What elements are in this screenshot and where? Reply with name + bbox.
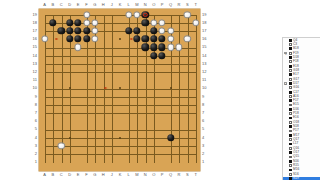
go-board[interactable] (39, 9, 200, 171)
white-move-icon (289, 147, 292, 150)
white-move-icon (289, 43, 292, 46)
right-row-label: 13 (202, 62, 206, 66)
white-stone-F18[interactable] (83, 19, 90, 26)
black-move-icon (289, 82, 292, 85)
white-move-icon (289, 69, 292, 72)
bottom-col-label: L (127, 173, 129, 177)
top-col-label: B (52, 3, 55, 7)
move-label: G16 (293, 86, 299, 89)
black-move-icon (289, 177, 292, 180)
top-col-label: O (152, 3, 155, 7)
white-move-icon (289, 173, 292, 176)
white-move-icon (289, 95, 292, 98)
top-col-label: T (194, 3, 196, 7)
star-point (119, 38, 121, 40)
move-label: B18 (293, 47, 299, 50)
right-row-label: 8 (202, 103, 204, 107)
bottom-col-label: G (93, 173, 96, 177)
star-point (69, 137, 71, 139)
top-col-label: H (102, 3, 105, 7)
board-grid[interactable] (45, 15, 197, 164)
top-col-label: E (77, 3, 80, 7)
left-row-label: 12 (30, 70, 37, 74)
right-row-label: 16 (202, 37, 206, 41)
white-stone-F19[interactable] (83, 11, 90, 18)
black-stone-F16[interactable] (83, 35, 90, 42)
black-stone-M16[interactable] (133, 35, 140, 42)
left-row-label: 18 (30, 21, 37, 25)
white-stone-T18[interactable] (192, 19, 199, 26)
left-row-label: 11 (30, 78, 37, 82)
bottom-col-label: A (43, 173, 46, 177)
black-move-icon (289, 134, 292, 137)
move-list-row[interactable]: N19 (283, 177, 320, 181)
right-row-label: 18 (202, 21, 206, 25)
white-stone-C3[interactable] (58, 142, 65, 149)
top-col-label: K (119, 3, 122, 7)
bottom-col-label: K (119, 173, 122, 177)
move-list-panel[interactable]: Q4C3B18+F19D18F18E18G18E17G17+D17G16C17A… (282, 37, 320, 180)
top-col-label: N (144, 3, 147, 7)
black-stone-P16[interactable] (158, 35, 165, 42)
white-stone-L19[interactable] (125, 11, 132, 18)
left-row-label: 8 (30, 103, 37, 107)
bottom-col-label: B (52, 173, 55, 177)
bottom-col-label: F (85, 173, 87, 177)
right-row-label: 17 (202, 29, 206, 33)
bottom-col-label: P (161, 173, 164, 177)
black-move-icon (289, 125, 292, 128)
bottom-col-label: C (60, 173, 63, 177)
top-col-label: M (135, 3, 138, 7)
black-stone-M17[interactable] (133, 27, 140, 34)
top-col-label: D (68, 3, 71, 7)
white-move-icon (289, 112, 292, 115)
star-point (119, 87, 121, 89)
black-stone-N16[interactable] (142, 35, 149, 42)
white-stone-A16[interactable] (41, 35, 48, 42)
bottom-col-label: J (111, 173, 113, 177)
left-row-label: 6 (30, 119, 37, 123)
white-stone-P17[interactable] (158, 27, 165, 34)
left-row-label: 16 (30, 37, 37, 41)
black-stone-D18[interactable] (66, 19, 73, 26)
right-row-label: 7 (202, 111, 204, 115)
black-move-icon (289, 47, 292, 50)
white-move-icon (289, 121, 292, 124)
left-row-label: 14 (30, 54, 37, 58)
black-stone-C17[interactable] (58, 27, 65, 34)
bottom-col-label: R (177, 173, 180, 177)
black-stone-N18[interactable] (142, 19, 149, 26)
star-point (69, 87, 71, 89)
top-col-label: A (43, 3, 46, 7)
white-move-icon (289, 104, 292, 107)
black-stone-P15[interactable] (158, 44, 165, 51)
black-stone-Q4[interactable] (167, 134, 174, 141)
right-row-label: 10 (202, 86, 206, 90)
white-move-icon (289, 156, 292, 159)
black-move-icon (289, 73, 292, 76)
move-label: E17 (293, 73, 299, 76)
top-col-label: G (93, 3, 96, 7)
white-stone-Q15[interactable] (167, 44, 174, 51)
black-move-icon (289, 39, 292, 42)
black-stone-D16[interactable] (66, 35, 73, 42)
black-move-icon (289, 151, 292, 154)
right-row-label: 5 (202, 127, 204, 131)
black-move-icon (289, 169, 292, 172)
white-stone-R15[interactable] (175, 44, 182, 51)
left-row-label: 3 (30, 144, 37, 148)
top-col-label: F (85, 3, 87, 7)
black-stone-E18[interactable] (74, 19, 81, 26)
black-stone-P14[interactable] (158, 52, 165, 59)
right-row-label: 19 (202, 13, 206, 17)
white-move-icon (289, 60, 292, 63)
star-point (170, 87, 172, 89)
red-arrow-annotation (56, 38, 59, 40)
branch-expander-icon[interactable]: + (284, 82, 287, 85)
black-move-icon (289, 160, 292, 163)
right-row-label: 11 (202, 78, 206, 82)
left-row-label: 17 (30, 29, 37, 33)
top-col-label: R (177, 3, 180, 7)
top-col-label: J (111, 3, 113, 7)
black-stone-E16[interactable] (74, 35, 81, 42)
left-row-label: 4 (30, 136, 37, 140)
star-point (119, 137, 121, 139)
black-move-icon (289, 143, 292, 146)
black-move-icon (289, 91, 292, 94)
black-stone-F17[interactable] (83, 27, 90, 34)
left-row-label: 9 (30, 95, 37, 99)
bottom-col-label: O (152, 173, 155, 177)
white-stone-G16[interactable] (91, 35, 98, 42)
right-row-label: 6 (202, 119, 204, 123)
white-move-icon (289, 52, 292, 55)
white-stone-Q16[interactable] (167, 35, 174, 42)
bottom-col-label: N (144, 173, 147, 177)
white-move-icon (289, 164, 292, 167)
black-stone-O14[interactable] (150, 52, 157, 59)
black-stone-O16[interactable] (150, 35, 157, 42)
left-row-label: 10 (30, 86, 37, 90)
white-move-icon (289, 138, 292, 141)
black-stone-O15[interactable] (150, 44, 157, 51)
bottom-col-label: H (102, 173, 105, 177)
left-row-label: 19 (30, 13, 37, 17)
black-move-icon (289, 117, 292, 120)
right-row-label: 4 (202, 136, 204, 140)
white-move-icon (289, 86, 292, 89)
bottom-col-label: M (135, 173, 138, 177)
black-move-icon (289, 65, 292, 68)
left-row-label: 15 (30, 45, 37, 49)
right-row-label: 15 (202, 45, 206, 49)
black-stone-E17[interactable] (74, 27, 81, 34)
top-col-label: C (60, 3, 63, 7)
black-stone-L17[interactable] (125, 27, 132, 34)
app-window: AABBCCDDEEFFGGHHJJKKLLMMNNOOPPQQRRSSTT19… (0, 0, 320, 180)
white-stone-M19[interactable] (133, 11, 140, 18)
red-arrow-annotation (104, 87, 107, 89)
branch-expander-icon[interactable]: + (284, 52, 287, 55)
bottom-col-label: S (186, 173, 189, 177)
right-row-label: 9 (202, 95, 204, 99)
bottom-col-label: Q (169, 173, 172, 177)
white-stone-G18[interactable] (91, 19, 98, 26)
black-stone-O17[interactable] (150, 27, 157, 34)
white-stone-E15[interactable] (74, 44, 81, 51)
move-label: N19 (293, 177, 299, 180)
right-row-label: 14 (202, 54, 206, 58)
top-col-label: S (186, 3, 189, 7)
left-row-label: 13 (30, 62, 37, 66)
right-row-label: 2 (202, 152, 204, 156)
black-stone-D17[interactable] (66, 27, 73, 34)
black-move-icon (289, 56, 292, 59)
bottom-col-label: T (194, 173, 196, 177)
bottom-col-label: D (68, 173, 71, 177)
left-row-label: 5 (30, 127, 37, 131)
top-col-label: L (127, 3, 129, 7)
black-stone-N15[interactable] (142, 44, 149, 51)
move-label: F18 (293, 60, 299, 63)
right-row-label: 3 (202, 144, 204, 148)
black-stone-B18[interactable] (49, 19, 56, 26)
white-stone-Q17[interactable] (167, 27, 174, 34)
right-row-label: 1 (202, 160, 204, 164)
left-row-label: 2 (30, 152, 37, 156)
left-row-label: 1 (30, 160, 37, 164)
white-move-icon (289, 78, 292, 81)
white-stone-S19[interactable] (184, 11, 191, 18)
right-row-label: 12 (202, 70, 206, 74)
white-stone-P18[interactable] (158, 19, 165, 26)
top-col-label: P (161, 3, 164, 7)
white-stone-S16[interactable] (184, 35, 191, 42)
left-row-label: 7 (30, 111, 37, 115)
white-move-icon (289, 130, 292, 133)
white-stone-G17[interactable] (91, 27, 98, 34)
white-stone-O18[interactable] (150, 19, 157, 26)
black-move-icon (289, 108, 292, 111)
top-col-label: Q (169, 3, 172, 7)
black-move-icon (289, 99, 292, 102)
bottom-col-label: E (77, 173, 80, 177)
